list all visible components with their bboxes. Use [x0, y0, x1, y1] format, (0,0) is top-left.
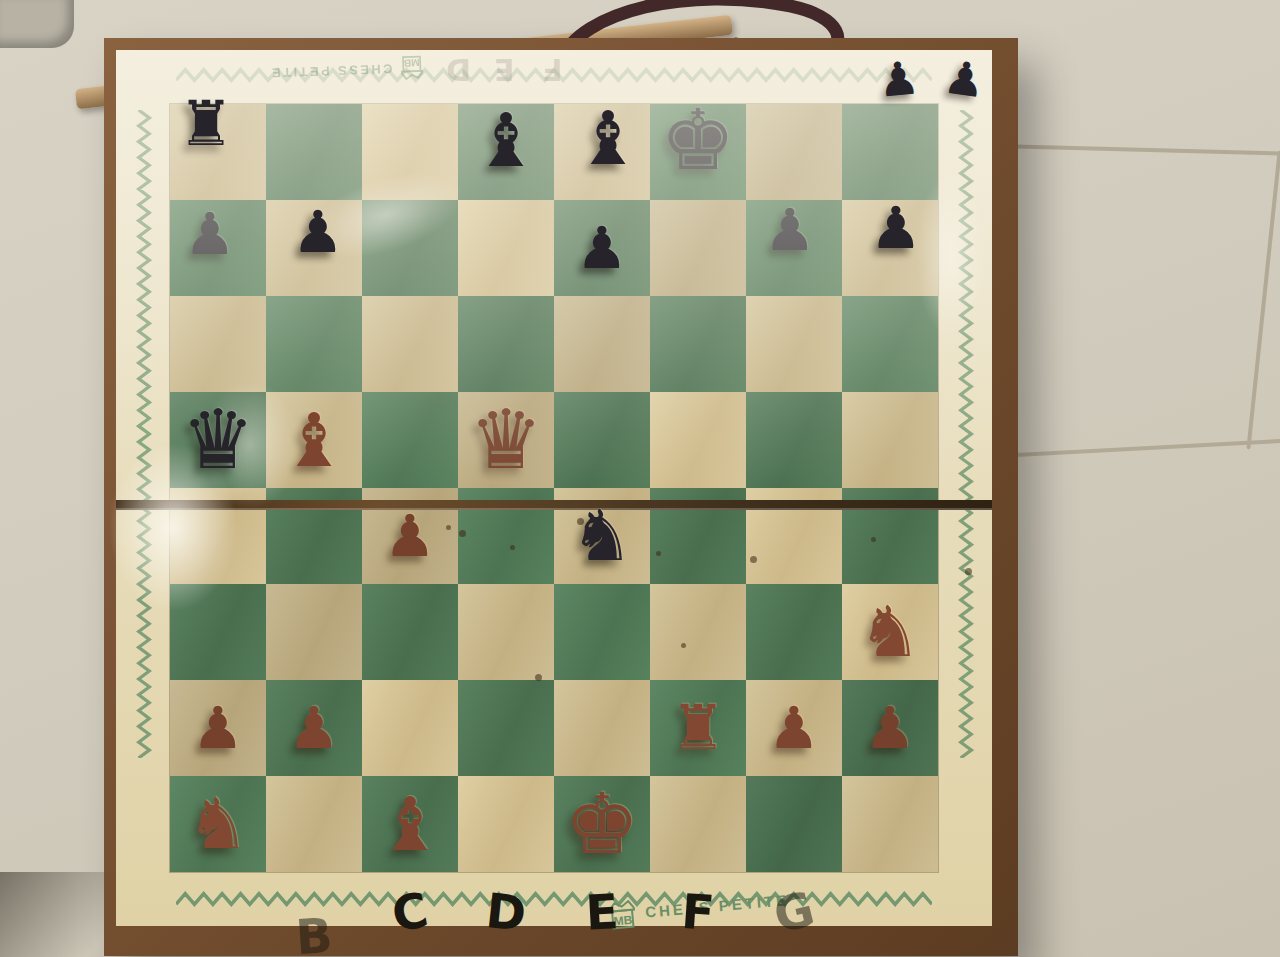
square-d2 — [458, 680, 554, 776]
black-bishop: ♝ — [458, 92, 554, 188]
square-c6 — [362, 296, 458, 392]
square-g1 — [746, 776, 842, 872]
brown-rook: ♜ — [650, 680, 746, 776]
offboard-black-pawn: ♟ — [940, 49, 988, 108]
square-b6 — [266, 296, 362, 392]
board-fold-seam — [116, 500, 992, 510]
square-c7 — [362, 200, 458, 296]
square-h3: ♞ — [842, 584, 938, 680]
brown-pawn: ♟ — [746, 680, 842, 776]
file-letter-E: E — [584, 883, 620, 941]
square-f1 — [650, 776, 746, 872]
square-g8 — [746, 104, 842, 200]
file-letter-F: F — [680, 883, 717, 941]
square-e1: ♚ — [554, 776, 650, 872]
square-e8: ♝ — [554, 104, 650, 200]
square-b5: ♝ — [266, 392, 362, 488]
brown-bishop: ♝ — [362, 776, 458, 872]
square-h8 — [842, 104, 938, 200]
faded-top-letter-F: F — [542, 52, 563, 87]
mb-crown-logo-faded: MB — [399, 54, 425, 84]
black-pawn: ♟ — [162, 186, 258, 282]
square-f5 — [650, 392, 746, 488]
black-queen: ♛ — [170, 392, 266, 488]
square-a7: ♟ — [170, 200, 266, 296]
square-c8 — [362, 104, 458, 200]
square-d7 — [458, 200, 554, 296]
floor-tile-grout — [1000, 144, 1280, 156]
file-letter-B: B — [294, 907, 334, 957]
square-a1: ♞ — [170, 776, 266, 872]
square-b3 — [266, 584, 362, 680]
square-c2 — [362, 680, 458, 776]
square-a6 — [170, 296, 266, 392]
square-f6 — [650, 296, 746, 392]
square-f2: ♜ — [650, 680, 746, 776]
zigzag-border-right — [958, 110, 974, 758]
square-a2: ♟ — [170, 680, 266, 776]
square-f8: ♚ — [650, 104, 746, 200]
square-a3 — [170, 584, 266, 680]
square-b7: ♟ — [266, 200, 362, 296]
square-d1 — [458, 776, 554, 872]
square-d8: ♝ — [458, 104, 554, 200]
black-pawn: ♟ — [554, 200, 650, 296]
square-e6 — [554, 296, 650, 392]
brown-knight: ♞ — [842, 584, 938, 680]
square-a5: ♛ — [170, 392, 266, 488]
floor-tile-grout — [998, 438, 1280, 458]
chess-board: MB CHESS PETITE MB CHESS PETITE ♜♝♝♚♟♟♟♟… — [104, 38, 1018, 956]
black-king: ♚ — [650, 92, 746, 188]
square-g5 — [746, 392, 842, 488]
brown-knight: ♞ — [170, 776, 266, 872]
square-d3 — [458, 584, 554, 680]
square-h5 — [842, 392, 938, 488]
offboard-black-pawn: ♟ — [876, 50, 922, 107]
zigzag-border-left — [136, 110, 152, 758]
brown-pawn: ♟ — [170, 680, 266, 776]
square-g2: ♟ — [746, 680, 842, 776]
board-grid: ♜♝♝♚♟♟♟♟♟♛♝♛♟♞♞♟♟♜♟♟♞♝♚ — [170, 104, 938, 872]
square-h6 — [842, 296, 938, 392]
brown-bishop: ♝ — [266, 392, 362, 488]
square-d5: ♛ — [458, 392, 554, 488]
faded-top-letter-D: D — [446, 52, 471, 87]
square-e3 — [554, 584, 650, 680]
square-b8 — [266, 104, 362, 200]
square-d6 — [458, 296, 554, 392]
square-g3 — [746, 584, 842, 680]
brown-pawn: ♟ — [266, 680, 362, 776]
black-bishop: ♝ — [560, 90, 656, 186]
black-rook: ♜ — [158, 76, 254, 172]
photo-canvas: MB CHESS PETITE MB CHESS PETITE ♜♝♝♚♟♟♟♟… — [0, 0, 1280, 957]
square-a8: ♜ — [170, 104, 266, 200]
file-letter-D: D — [483, 882, 528, 942]
file-letter-G: G — [768, 880, 820, 944]
square-e5 — [554, 392, 650, 488]
brown-queen: ♛ — [458, 392, 554, 488]
square-c1: ♝ — [362, 776, 458, 872]
board-border: MB CHESS PETITE MB CHESS PETITE ♜♝♝♚♟♟♟♟… — [116, 50, 992, 926]
square-b2: ♟ — [266, 680, 362, 776]
square-h7: ♟ — [842, 200, 938, 296]
brown-king: ♚ — [554, 776, 650, 872]
brand-name: CHESS PETITE — [644, 891, 789, 921]
square-c5 — [362, 392, 458, 488]
square-g6 — [746, 296, 842, 392]
zigzag-border-bottom — [176, 891, 932, 907]
square-c3 — [362, 584, 458, 680]
brand-name-faded: CHESS PETITE — [270, 62, 393, 81]
dirt-specks — [446, 525, 451, 530]
square-h2: ♟ — [842, 680, 938, 776]
square-f3 — [650, 584, 746, 680]
grey-corner-object — [0, 0, 74, 48]
square-e7: ♟ — [554, 200, 650, 296]
square-h1 — [842, 776, 938, 872]
square-b1 — [266, 776, 362, 872]
faded-top-letter-E: E — [494, 52, 515, 87]
square-g7: ♟ — [746, 200, 842, 296]
square-e2 — [554, 680, 650, 776]
brand-mark-upside-down: MB CHESS PETITE — [269, 54, 425, 88]
brown-pawn: ♟ — [842, 680, 938, 776]
mb-logo-text-faded: MB — [404, 57, 420, 69]
floor-tile-grout — [1246, 151, 1280, 450]
square-f7 — [650, 200, 746, 296]
